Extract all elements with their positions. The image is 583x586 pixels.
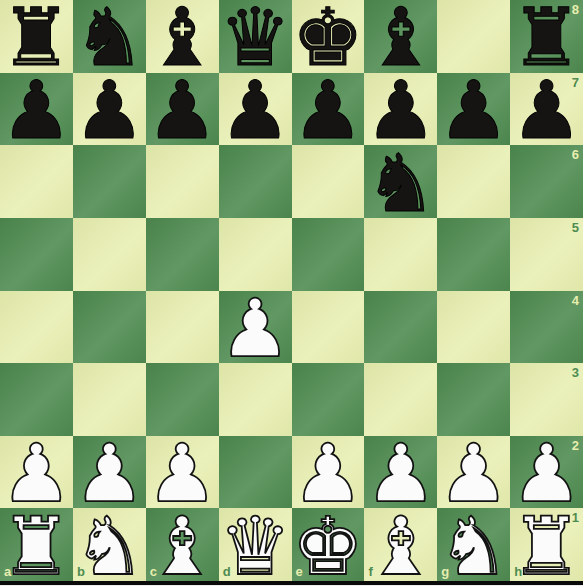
piece-black-queen-d8[interactable]: ♛	[219, 2, 291, 72]
piece-white-bishop-f1[interactable]: ♝	[365, 511, 437, 581]
piece-white-rook-a1[interactable]: ♜	[1, 511, 73, 581]
coord-rank-5: 5	[572, 221, 579, 234]
square-g1[interactable]: ♞g	[437, 508, 510, 581]
piece-white-pawn-h2[interactable]: ♟	[511, 438, 583, 508]
piece-white-pawn-d4[interactable]: ♟	[219, 293, 291, 363]
square-e8[interactable]: ♚	[292, 0, 365, 73]
square-b8[interactable]: ♞	[73, 0, 146, 73]
square-g8[interactable]	[437, 0, 510, 73]
piece-white-pawn-b2[interactable]: ♟	[73, 438, 145, 508]
square-c5[interactable]	[146, 218, 219, 291]
square-b6[interactable]	[73, 145, 146, 218]
square-a5[interactable]	[0, 218, 73, 291]
piece-black-knight-b8[interactable]: ♞	[73, 2, 145, 72]
piece-black-rook-a8[interactable]: ♜	[1, 2, 73, 72]
piece-white-king-e1[interactable]: ♚	[292, 511, 364, 581]
square-h7[interactable]: ♟7	[510, 73, 583, 146]
chess-board: ♜♞♝♛♚♝♜8♟♟♟♟♟♟♟♟7♞65♟43♟♟♟♟♟♟♟2♜a♞b♝c♛d♚…	[0, 0, 583, 581]
square-b1[interactable]: ♞b	[73, 508, 146, 581]
square-d3[interactable]	[219, 363, 292, 436]
square-b7[interactable]: ♟	[73, 73, 146, 146]
piece-black-knight-f6[interactable]: ♞	[365, 148, 437, 218]
square-d1[interactable]: ♛d	[219, 508, 292, 581]
piece-black-pawn-c7[interactable]: ♟	[146, 75, 218, 145]
square-f7[interactable]: ♟	[364, 73, 437, 146]
square-h2[interactable]: ♟2	[510, 436, 583, 509]
square-c1[interactable]: ♝c	[146, 508, 219, 581]
piece-black-bishop-c8[interactable]: ♝	[146, 2, 218, 72]
chess-board-window: ♜♞♝♛♚♝♜8♟♟♟♟♟♟♟♟7♞65♟43♟♟♟♟♟♟♟2♜a♞b♝c♛d♚…	[0, 0, 583, 586]
square-a7[interactable]: ♟	[0, 73, 73, 146]
piece-black-pawn-e7[interactable]: ♟	[292, 75, 364, 145]
square-a8[interactable]: ♜	[0, 0, 73, 73]
square-g4[interactable]	[437, 291, 510, 364]
square-f6[interactable]: ♞	[364, 145, 437, 218]
square-d8[interactable]: ♛	[219, 0, 292, 73]
square-c3[interactable]	[146, 363, 219, 436]
square-e6[interactable]	[292, 145, 365, 218]
square-d7[interactable]: ♟	[219, 73, 292, 146]
square-f5[interactable]	[364, 218, 437, 291]
square-f3[interactable]	[364, 363, 437, 436]
square-f1[interactable]: ♝f	[364, 508, 437, 581]
square-h3[interactable]: 3	[510, 363, 583, 436]
square-h8[interactable]: ♜8	[510, 0, 583, 73]
square-a6[interactable]	[0, 145, 73, 218]
piece-white-queen-d1[interactable]: ♛	[219, 511, 291, 581]
coord-rank-6: 6	[572, 148, 579, 161]
square-e5[interactable]	[292, 218, 365, 291]
square-d4[interactable]: ♟	[219, 291, 292, 364]
square-c4[interactable]	[146, 291, 219, 364]
piece-black-pawn-d7[interactable]: ♟	[219, 75, 291, 145]
square-h5[interactable]: 5	[510, 218, 583, 291]
square-e7[interactable]: ♟	[292, 73, 365, 146]
square-a1[interactable]: ♜a	[0, 508, 73, 581]
piece-black-bishop-f8[interactable]: ♝	[365, 2, 437, 72]
square-e4[interactable]	[292, 291, 365, 364]
square-g5[interactable]	[437, 218, 510, 291]
piece-white-pawn-e2[interactable]: ♟	[292, 438, 364, 508]
square-c7[interactable]: ♟	[146, 73, 219, 146]
square-b2[interactable]: ♟	[73, 436, 146, 509]
square-f2[interactable]: ♟	[364, 436, 437, 509]
piece-white-pawn-c2[interactable]: ♟	[146, 438, 218, 508]
square-a4[interactable]	[0, 291, 73, 364]
square-e3[interactable]	[292, 363, 365, 436]
piece-white-knight-b1[interactable]: ♞	[73, 511, 145, 581]
square-b3[interactable]	[73, 363, 146, 436]
square-h6[interactable]: 6	[510, 145, 583, 218]
piece-white-pawn-f2[interactable]: ♟	[365, 438, 437, 508]
square-f8[interactable]: ♝	[364, 0, 437, 73]
coord-rank-4: 4	[572, 294, 579, 307]
coord-rank-3: 3	[572, 366, 579, 379]
square-a2[interactable]: ♟	[0, 436, 73, 509]
piece-black-rook-h8[interactable]: ♜	[511, 2, 583, 72]
square-b5[interactable]	[73, 218, 146, 291]
square-h1[interactable]: ♜1h	[510, 508, 583, 581]
square-d5[interactable]	[219, 218, 292, 291]
piece-white-knight-g1[interactable]: ♞	[438, 511, 510, 581]
square-e1[interactable]: ♚e	[292, 508, 365, 581]
piece-black-pawn-f7[interactable]: ♟	[365, 75, 437, 145]
square-g6[interactable]	[437, 145, 510, 218]
piece-black-pawn-h7[interactable]: ♟	[511, 75, 583, 145]
square-d2[interactable]	[219, 436, 292, 509]
piece-black-pawn-g7[interactable]: ♟	[438, 75, 510, 145]
square-d6[interactable]	[219, 145, 292, 218]
square-f4[interactable]	[364, 291, 437, 364]
piece-white-bishop-c1[interactable]: ♝	[146, 511, 218, 581]
square-c8[interactable]: ♝	[146, 0, 219, 73]
piece-black-king-e8[interactable]: ♚	[292, 2, 364, 72]
piece-black-pawn-a7[interactable]: ♟	[1, 75, 73, 145]
piece-white-pawn-a2[interactable]: ♟	[1, 438, 73, 508]
square-c6[interactable]	[146, 145, 219, 218]
square-b4[interactable]	[73, 291, 146, 364]
square-g7[interactable]: ♟	[437, 73, 510, 146]
square-g3[interactable]	[437, 363, 510, 436]
square-c2[interactable]: ♟	[146, 436, 219, 509]
piece-black-pawn-b7[interactable]: ♟	[73, 75, 145, 145]
piece-white-rook-h1[interactable]: ♜	[511, 511, 583, 581]
square-g2[interactable]: ♟	[437, 436, 510, 509]
square-e2[interactable]: ♟	[292, 436, 365, 509]
square-a3[interactable]	[0, 363, 73, 436]
piece-white-pawn-g2[interactable]: ♟	[438, 438, 510, 508]
square-h4[interactable]: 4	[510, 291, 583, 364]
